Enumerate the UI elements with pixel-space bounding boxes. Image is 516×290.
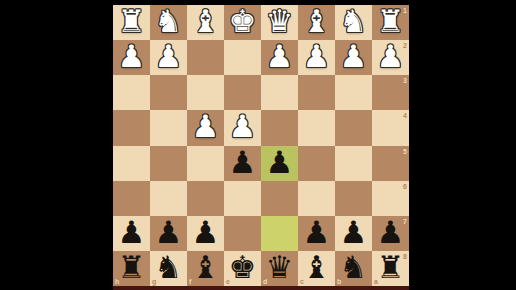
white-pawn-piece[interactable]: ♟ [266,41,294,72]
white-rook-piece[interactable]: ♜ [118,6,146,37]
file-label-b: b [337,278,341,285]
square-f8[interactable]: ♝f [187,251,224,286]
rank-label-4: 4 [403,112,407,119]
black-pawn-piece[interactable]: ♟ [155,217,183,248]
square-d8[interactable]: ♛d [261,251,298,286]
square-f1[interactable]: ♝ [187,5,224,40]
rank-label-2: 2 [403,42,407,49]
square-f7[interactable]: ♟ [187,216,224,251]
square-b6[interactable] [335,181,372,216]
square-f6[interactable] [187,181,224,216]
square-a2[interactable]: ♟2 [372,40,409,75]
square-a8[interactable]: ♜8a [372,251,409,286]
square-b3[interactable] [335,75,372,110]
square-g8[interactable]: ♞g [150,251,187,286]
square-d3[interactable] [261,75,298,110]
square-g3[interactable] [150,75,187,110]
square-g7[interactable]: ♟ [150,216,187,251]
square-e6[interactable] [224,181,261,216]
black-bishop-piece[interactable]: ♝ [303,252,331,283]
square-e2[interactable] [224,40,261,75]
white-pawn-piece[interactable]: ♟ [377,41,405,72]
square-g1[interactable]: ♞ [150,5,187,40]
square-c1[interactable]: ♝ [298,5,335,40]
square-b7[interactable]: ♟ [335,216,372,251]
square-c5[interactable] [298,146,335,181]
file-label-f: f [189,278,191,285]
black-pawn-piece[interactable]: ♟ [266,147,294,178]
square-g6[interactable] [150,181,187,216]
square-a1[interactable]: ♜1 [372,5,409,40]
square-b5[interactable] [335,146,372,181]
white-pawn-piece[interactable]: ♟ [340,41,368,72]
square-c6[interactable] [298,181,335,216]
black-knight-piece[interactable]: ♞ [340,252,368,283]
square-d6[interactable] [261,181,298,216]
square-e1[interactable]: ♚ [224,5,261,40]
video-frame: ♜♞♝♚♛♝♞♜1♟♟♟♟♟♟23♟♟4♟♟56♟♟♟♟♟♟7♜h♞g♝f♚e♛… [0,0,516,290]
square-h6[interactable] [113,181,150,216]
square-e8[interactable]: ♚e [224,251,261,286]
square-f4[interactable]: ♟ [187,110,224,145]
square-h1[interactable]: ♜ [113,5,150,40]
white-queen-piece[interactable]: ♛ [266,6,294,37]
square-c2[interactable]: ♟ [298,40,335,75]
rank-label-1: 1 [403,7,407,14]
rank-label-6: 6 [403,183,407,190]
square-b8[interactable]: ♞b [335,251,372,286]
file-label-a: a [374,278,378,285]
white-bishop-piece[interactable]: ♝ [303,6,331,37]
file-label-c: c [300,278,304,285]
square-d1[interactable]: ♛ [261,5,298,40]
file-label-h: h [115,278,119,285]
square-g5[interactable] [150,146,187,181]
white-rook-piece[interactable]: ♜ [377,6,405,37]
square-b2[interactable]: ♟ [335,40,372,75]
black-bishop-piece[interactable]: ♝ [192,252,220,283]
square-h3[interactable] [113,75,150,110]
square-c8[interactable]: ♝c [298,251,335,286]
white-pawn-piece[interactable]: ♟ [118,41,146,72]
chess-board: ♜♞♝♚♛♝♞♜1♟♟♟♟♟♟23♟♟4♟♟56♟♟♟♟♟♟7♜h♞g♝f♚e♛… [113,5,409,286]
square-f5[interactable] [187,146,224,181]
white-knight-piece[interactable]: ♞ [155,6,183,37]
black-rook-piece[interactable]: ♜ [118,252,146,283]
file-label-e: e [226,278,230,285]
white-king-piece[interactable]: ♚ [229,6,257,37]
square-d7[interactable] [261,216,298,251]
square-g2[interactable]: ♟ [150,40,187,75]
white-pawn-piece[interactable]: ♟ [229,111,257,142]
square-d5[interactable]: ♟ [261,146,298,181]
rank-label-7: 7 [403,218,407,225]
rank-label-8: 8 [403,253,407,260]
black-pawn-piece[interactable]: ♟ [377,217,405,248]
black-queen-piece[interactable]: ♛ [266,252,294,283]
black-pawn-piece[interactable]: ♟ [340,217,368,248]
square-d4[interactable] [261,110,298,145]
square-a6[interactable]: 6 [372,181,409,216]
square-h4[interactable] [113,110,150,145]
rank-label-5: 5 [403,148,407,155]
black-pawn-piece[interactable]: ♟ [303,217,331,248]
square-f2[interactable] [187,40,224,75]
square-b1[interactable]: ♞ [335,5,372,40]
black-pawn-piece[interactable]: ♟ [118,217,146,248]
square-e5[interactable]: ♟ [224,146,261,181]
white-pawn-piece[interactable]: ♟ [303,41,331,72]
square-h2[interactable]: ♟ [113,40,150,75]
square-h8[interactable]: ♜h [113,251,150,286]
square-c3[interactable] [298,75,335,110]
square-d2[interactable]: ♟ [261,40,298,75]
square-g4[interactable] [150,110,187,145]
square-e4[interactable]: ♟ [224,110,261,145]
rank-label-3: 3 [403,77,407,84]
white-bishop-piece[interactable]: ♝ [192,6,220,37]
black-knight-piece[interactable]: ♞ [155,252,183,283]
black-pawn-piece[interactable]: ♟ [229,147,257,178]
file-label-g: g [152,278,156,285]
square-b4[interactable] [335,110,372,145]
square-e7[interactable] [224,216,261,251]
square-a5[interactable]: 5 [372,146,409,181]
square-e3[interactable] [224,75,261,110]
square-a7[interactable]: ♟7 [372,216,409,251]
board-bottom-strip [113,286,409,290]
square-a4[interactable]: 4 [372,110,409,145]
square-f3[interactable] [187,75,224,110]
black-pawn-piece[interactable]: ♟ [192,217,220,248]
file-label-d: d [263,278,267,285]
black-king-piece[interactable]: ♚ [229,252,257,283]
black-rook-piece[interactable]: ♜ [377,252,405,283]
square-h7[interactable]: ♟ [113,216,150,251]
white-pawn-piece[interactable]: ♟ [155,41,183,72]
square-c7[interactable]: ♟ [298,216,335,251]
square-h5[interactable] [113,146,150,181]
square-a3[interactable]: 3 [372,75,409,110]
white-pawn-piece[interactable]: ♟ [192,111,220,142]
square-c4[interactable] [298,110,335,145]
white-knight-piece[interactable]: ♞ [340,6,368,37]
